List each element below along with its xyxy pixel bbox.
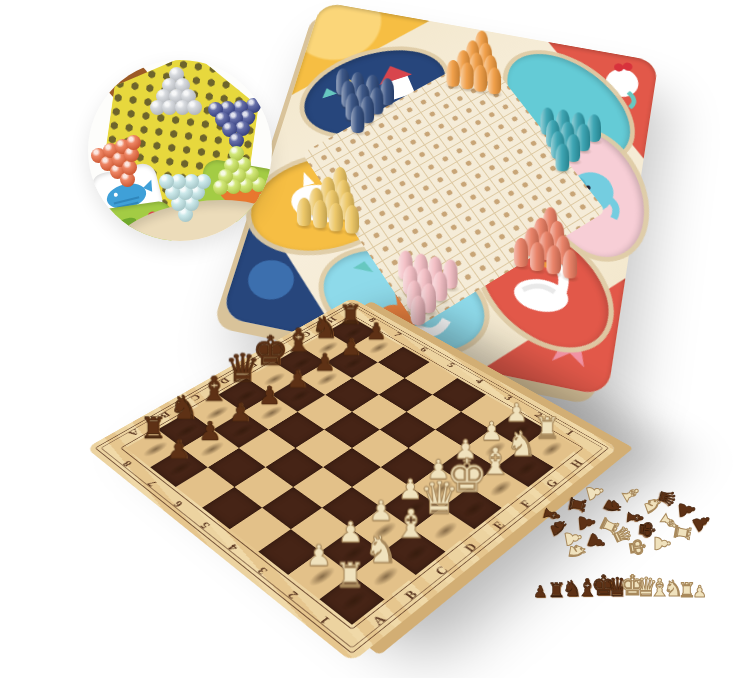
peg-shadow bbox=[569, 133, 588, 144]
peg-shadow bbox=[543, 141, 562, 152]
peg-shadow bbox=[538, 129, 557, 140]
piece-shadow bbox=[398, 498, 430, 521]
peg-yellow[interactable] bbox=[344, 180, 358, 208]
house-illustration bbox=[292, 35, 459, 151]
piece-shadow bbox=[481, 439, 510, 459]
piece-shadow bbox=[171, 421, 202, 440]
square-c2[interactable]: ♟ bbox=[352, 508, 413, 552]
peg-teal[interactable] bbox=[578, 112, 592, 139]
piece-white-pawn[interactable]: ♟ bbox=[438, 456, 462, 483]
piece-shadow bbox=[139, 439, 171, 459]
chess-pieces-pile: ♜♟♞♝♟♜♝♞♛♟♟♛♚♝♟♜♞♟♝♚♟♞♟♜♞♝♚♛♚♛♝♞♜♟ bbox=[505, 468, 745, 653]
peg-orange[interactable] bbox=[494, 67, 507, 94]
square-b6[interactable] bbox=[208, 448, 266, 487]
square-g8[interactable]: ♞ bbox=[301, 332, 352, 362]
piece-white-rook[interactable]: ♜ bbox=[547, 413, 574, 443]
peg-shadow bbox=[330, 189, 350, 200]
piece-shadow bbox=[164, 458, 196, 479]
peg-shadow bbox=[396, 273, 416, 285]
corner-star-triangle bbox=[481, 255, 626, 397]
coordinate-label-6: 6 bbox=[155, 489, 202, 520]
rank-labels-left: 87654321 bbox=[107, 449, 350, 640]
peg-pink[interactable] bbox=[440, 271, 455, 300]
peg-navy[interactable] bbox=[353, 93, 367, 120]
square-f5[interactable] bbox=[352, 395, 407, 430]
peg-shadow bbox=[559, 143, 578, 154]
peg-yellow[interactable] bbox=[332, 190, 346, 218]
peg-orange[interactable] bbox=[472, 40, 485, 67]
peg-coral[interactable] bbox=[522, 238, 537, 267]
peg-shadow bbox=[343, 114, 362, 125]
square-a1[interactable]: ♜ bbox=[319, 575, 384, 625]
peg-shadow bbox=[310, 222, 330, 234]
piece-shadow bbox=[227, 421, 258, 440]
square-d8[interactable]: ♛ bbox=[218, 378, 272, 412]
peg-shadow bbox=[544, 268, 564, 280]
peg-teal[interactable] bbox=[563, 110, 577, 137]
piece-black-queen[interactable]: ♛ bbox=[242, 348, 277, 387]
square-g5[interactable] bbox=[379, 378, 433, 412]
panel-navy-house bbox=[292, 35, 459, 151]
coordinate-label-5: 5 bbox=[181, 509, 228, 542]
piece-shadow bbox=[314, 340, 342, 356]
square-c1[interactable]: ♝ bbox=[383, 529, 445, 575]
coordinate-label-7: 7 bbox=[129, 469, 175, 499]
peg-yellow[interactable] bbox=[340, 167, 354, 195]
peg-shadow bbox=[339, 102, 358, 113]
peg-shadow bbox=[554, 131, 573, 142]
peg-shadow bbox=[404, 303, 425, 316]
coordinate-label-3: 3 bbox=[238, 553, 287, 589]
peg-shadow bbox=[348, 93, 367, 103]
peg-orange[interactable] bbox=[476, 53, 489, 80]
piece-shadow bbox=[337, 541, 371, 566]
piece-shadow bbox=[427, 477, 458, 499]
piece-shadow bbox=[454, 458, 484, 479]
square-e3[interactable] bbox=[381, 448, 439, 487]
peg-shadow bbox=[531, 239, 551, 251]
square-d7[interactable]: ♟ bbox=[243, 395, 298, 430]
piece-shadow bbox=[305, 564, 340, 590]
peg-coral[interactable] bbox=[570, 249, 585, 278]
panel-red-swan bbox=[456, 206, 633, 372]
square-b2[interactable]: ♟ bbox=[321, 529, 383, 575]
piece-black-bishop[interactable]: ♝ bbox=[298, 324, 327, 357]
square-c7[interactable]: ♟ bbox=[213, 412, 269, 448]
loose-piece-dark-bishop[interactable]: ♝ bbox=[539, 503, 564, 527]
piece-black-pawn[interactable]: ♟ bbox=[210, 418, 233, 444]
elephant-illustration bbox=[513, 138, 669, 250]
coordinate-label-D: D bbox=[204, 369, 245, 394]
square-f3[interactable] bbox=[409, 430, 466, 468]
peg-shadow bbox=[410, 276, 430, 288]
square-a5[interactable] bbox=[202, 487, 262, 529]
peg-pink[interactable] bbox=[418, 296, 433, 326]
square-g4[interactable] bbox=[407, 395, 462, 430]
piece-shadow bbox=[538, 439, 567, 459]
coordinate-label-E: E bbox=[233, 353, 273, 377]
peg-navy[interactable] bbox=[358, 72, 371, 99]
piece-black-knight[interactable]: ♞ bbox=[184, 391, 214, 424]
peg-red-orange[interactable] bbox=[126, 135, 141, 150]
peg-pink[interactable] bbox=[414, 280, 429, 310]
square-d6[interactable] bbox=[269, 412, 325, 448]
piece-shadow bbox=[288, 355, 316, 372]
peg-shadow bbox=[294, 220, 314, 232]
piece-white-pawn[interactable]: ♟ bbox=[516, 400, 539, 425]
file-labels-top: ABCDEFGH bbox=[112, 309, 350, 446]
peg-shadow bbox=[477, 64, 495, 74]
square-b1[interactable]: ♞ bbox=[352, 552, 416, 600]
peg-shadow bbox=[541, 229, 561, 241]
panel-blue-fox bbox=[308, 233, 498, 373]
square-e2[interactable]: ♟ bbox=[411, 467, 470, 508]
lineup-piece-light-pawn[interactable]: ♟ bbox=[693, 584, 707, 600]
peg-shadow bbox=[425, 279, 445, 291]
coordinate-label-F: F bbox=[260, 338, 299, 361]
piece-shadow bbox=[260, 370, 289, 388]
peg-shadow bbox=[560, 272, 580, 284]
peg-navy[interactable] bbox=[358, 105, 372, 132]
square-a4[interactable] bbox=[230, 508, 291, 552]
coordinate-label-8: 8 bbox=[354, 309, 391, 330]
piece-white-pawn[interactable]: ♟ bbox=[410, 476, 435, 503]
square-a6[interactable] bbox=[176, 467, 235, 508]
peg-shadow bbox=[419, 306, 440, 319]
peg-lime[interactable] bbox=[213, 180, 228, 195]
square-h6[interactable] bbox=[378, 347, 430, 378]
peg-navy[interactable] bbox=[372, 75, 386, 102]
square-e7[interactable]: ♟ bbox=[272, 378, 326, 412]
square-h8[interactable]: ♜ bbox=[327, 317, 377, 346]
coordinate-label-1: 1 bbox=[299, 601, 349, 640]
square-c4[interactable] bbox=[293, 467, 352, 508]
piece-black-bishop[interactable]: ♝ bbox=[214, 372, 245, 406]
piece-white-pawn[interactable]: ♟ bbox=[350, 518, 376, 547]
peg-yellow[interactable] bbox=[316, 187, 330, 215]
peg-shadow bbox=[326, 224, 346, 236]
coordinate-label-1: 1 bbox=[550, 419, 590, 446]
square-c8[interactable]: ♝ bbox=[188, 395, 243, 430]
piece-black-pawn[interactable]: ♟ bbox=[240, 400, 263, 425]
peg-yellow[interactable] bbox=[320, 200, 334, 229]
peg-teal[interactable] bbox=[558, 131, 572, 159]
inset-pegs-layer bbox=[88, 60, 272, 241]
piece-shadow bbox=[340, 325, 367, 341]
coordinate-label-H: H bbox=[313, 309, 350, 330]
coordinate-label-7: 7 bbox=[379, 323, 416, 345]
coordinate-label-C: C bbox=[175, 385, 217, 410]
cc-pegs-layer bbox=[221, 2, 659, 397]
peg-coral[interactable] bbox=[547, 231, 561, 260]
fox-illustration bbox=[308, 233, 498, 373]
coordinate-label-C: C bbox=[418, 553, 465, 589]
peg-navy[interactable] bbox=[348, 81, 362, 108]
panel-teal bbox=[485, 36, 652, 179]
loose-piece-light-king[interactable]: ♚ bbox=[624, 536, 648, 558]
piece-black-rook[interactable]: ♜ bbox=[350, 302, 374, 328]
piece-white-pawn[interactable]: ♟ bbox=[319, 541, 345, 570]
square-b4[interactable] bbox=[262, 487, 322, 529]
square-h3[interactable] bbox=[461, 395, 516, 430]
square-h1[interactable]: ♜ bbox=[522, 430, 579, 468]
chinese-checkers-board bbox=[221, 2, 659, 397]
peg-shadow bbox=[473, 51, 491, 61]
square-e4[interactable] bbox=[352, 430, 409, 468]
peg-pink[interactable] bbox=[429, 283, 444, 313]
coordinate-label-B: B bbox=[387, 577, 435, 614]
piece-shadow bbox=[313, 370, 341, 388]
square-e1[interactable]: ♚ bbox=[442, 487, 502, 529]
piece-shadow bbox=[365, 340, 392, 356]
peg-shadow bbox=[440, 282, 460, 294]
peg-shadow bbox=[408, 318, 429, 331]
swan-illustration bbox=[461, 227, 625, 348]
piece-white-queen[interactable]: ♛ bbox=[439, 475, 479, 520]
piece-white-rook[interactable]: ♜ bbox=[350, 558, 381, 592]
peg-orange[interactable] bbox=[467, 62, 480, 89]
square-e6[interactable] bbox=[297, 395, 352, 430]
peg-navy[interactable] bbox=[387, 78, 401, 105]
peg-shadow bbox=[342, 227, 362, 239]
peg-coral[interactable] bbox=[550, 207, 564, 236]
square-d3[interactable] bbox=[352, 467, 411, 508]
peg-shadow bbox=[463, 61, 481, 71]
piece-shadow bbox=[336, 588, 371, 615]
peg-shadow bbox=[368, 108, 387, 119]
rank-labels-right: 87654321 bbox=[354, 309, 592, 446]
piece-white-knight[interactable]: ♞ bbox=[381, 530, 415, 568]
closeup-inset-photo bbox=[88, 60, 272, 241]
peg-shadow bbox=[358, 117, 377, 128]
square-f7[interactable]: ♟ bbox=[299, 362, 352, 395]
square-c6[interactable] bbox=[239, 430, 296, 468]
square-g2[interactable]: ♟ bbox=[465, 430, 522, 468]
peg-orange[interactable] bbox=[453, 60, 466, 87]
peg-shadow bbox=[363, 96, 382, 106]
peg-hole-lattice bbox=[302, 53, 606, 327]
square-f6[interactable] bbox=[325, 378, 379, 412]
piece-shadow bbox=[506, 421, 535, 440]
peg-shadow bbox=[564, 155, 583, 166]
peg-navy[interactable] bbox=[343, 69, 356, 96]
peg-shadow bbox=[521, 250, 541, 262]
peg-teal[interactable] bbox=[573, 134, 587, 162]
piece-black-pawn[interactable]: ♟ bbox=[297, 366, 319, 391]
piece-black-pawn[interactable]: ♟ bbox=[269, 383, 291, 408]
peg-shadow bbox=[458, 83, 477, 93]
peg-pink[interactable] bbox=[421, 254, 436, 283]
square-c3[interactable] bbox=[322, 487, 382, 529]
square-f8[interactable]: ♝ bbox=[274, 347, 326, 378]
peg-cyan[interactable] bbox=[159, 174, 174, 189]
peg-orange[interactable] bbox=[490, 55, 503, 82]
corner-yellow-triangle bbox=[292, 2, 430, 116]
peg-shadow bbox=[547, 243, 567, 255]
square-g7[interactable]: ♟ bbox=[326, 347, 378, 378]
piece-shadow bbox=[400, 541, 433, 566]
peg-navy[interactable] bbox=[363, 84, 377, 111]
piece-shadow bbox=[285, 387, 314, 405]
peg-teal[interactable] bbox=[594, 114, 608, 142]
peg-yellow[interactable] bbox=[328, 177, 342, 205]
square-d4[interactable] bbox=[323, 448, 381, 487]
peg-coral[interactable] bbox=[554, 246, 569, 275]
square-g6[interactable] bbox=[352, 362, 405, 395]
peg-orange[interactable] bbox=[481, 65, 494, 92]
product-photo-stage: ABCDEFGH ABCDEFGH 87654321 87654321 ♜♞♝♛… bbox=[0, 0, 756, 678]
peg-shadow bbox=[415, 291, 436, 303]
peg-shadow bbox=[584, 136, 603, 147]
loose-piece-light-knight[interactable]: ♞ bbox=[564, 540, 588, 562]
square-a2[interactable]: ♟ bbox=[288, 552, 352, 600]
square-b5[interactable] bbox=[234, 467, 293, 508]
peg-teal[interactable] bbox=[563, 144, 577, 172]
piece-white-pawn[interactable]: ♟ bbox=[381, 496, 406, 524]
peg-coral[interactable] bbox=[531, 228, 545, 257]
peg-shadow bbox=[485, 88, 504, 98]
coordinate-label-A: A bbox=[355, 601, 404, 640]
square-g3[interactable] bbox=[435, 412, 491, 448]
peg-shadow bbox=[378, 99, 397, 110]
piece-black-pawn[interactable]: ♟ bbox=[376, 320, 397, 343]
coordinate-label-8: 8 bbox=[104, 449, 149, 478]
square-e8[interactable]: ♚ bbox=[247, 362, 300, 395]
lineup-piece-dark-pawn[interactable]: ♟ bbox=[533, 584, 547, 600]
peg-coral[interactable] bbox=[541, 218, 555, 247]
blue-circle-motif bbox=[243, 256, 299, 303]
square-f4[interactable] bbox=[380, 412, 436, 448]
coordinate-label-B: B bbox=[144, 402, 187, 428]
piece-shadow bbox=[196, 439, 228, 459]
peg-shadow bbox=[454, 71, 473, 81]
corner-navy-triangle bbox=[221, 206, 372, 342]
peg-shadow bbox=[348, 127, 367, 138]
square-d5[interactable] bbox=[295, 430, 352, 468]
square-e5[interactable] bbox=[324, 412, 380, 448]
piece-white-pawn[interactable]: ♟ bbox=[491, 418, 514, 444]
coordinate-label-6: 6 bbox=[405, 338, 443, 361]
peg-shadow bbox=[334, 89, 353, 99]
coordinate-label-G: G bbox=[287, 323, 325, 345]
peg-shadow bbox=[528, 264, 548, 276]
coordinate-label-4: 4 bbox=[460, 369, 498, 394]
peg-yellow[interactable] bbox=[304, 198, 318, 227]
peg-shadow bbox=[338, 214, 358, 226]
piece-white-bishop[interactable]: ♝ bbox=[411, 505, 446, 544]
piece-shadow bbox=[257, 404, 287, 423]
square-h2[interactable]: ♟ bbox=[491, 412, 547, 448]
peg-pink[interactable] bbox=[410, 265, 425, 294]
coordinate-label-2: 2 bbox=[268, 577, 317, 614]
coordinate-label-4: 4 bbox=[209, 531, 257, 565]
piece-white-pawn[interactable]: ♟ bbox=[465, 436, 489, 462]
peg-yellow[interactable] bbox=[348, 192, 362, 220]
peg-yellow[interactable] bbox=[336, 203, 350, 232]
square-a7[interactable]: ♟ bbox=[150, 448, 208, 487]
panel-pink-elephant bbox=[525, 121, 663, 269]
peg-shadow bbox=[537, 253, 557, 265]
peg-shadow bbox=[553, 257, 573, 269]
pink-star-motif bbox=[539, 311, 603, 375]
square-b7[interactable]: ♟ bbox=[182, 430, 239, 468]
square-h5[interactable] bbox=[405, 362, 458, 395]
piece-black-king[interactable]: ♚ bbox=[270, 331, 306, 372]
piece-white-knight[interactable]: ♞ bbox=[521, 427, 552, 461]
square-f2[interactable]: ♟ bbox=[438, 448, 496, 487]
peg-teal[interactable] bbox=[553, 120, 567, 148]
peg-shadow bbox=[353, 105, 372, 116]
peg-shadow bbox=[467, 73, 486, 83]
square-b8[interactable]: ♞ bbox=[158, 412, 214, 448]
peg-coral[interactable] bbox=[557, 221, 571, 250]
piece-black-knight[interactable]: ♞ bbox=[324, 312, 351, 342]
peg-coral[interactable] bbox=[538, 242, 553, 271]
piece-shadow bbox=[368, 519, 401, 543]
piece-black-pawn[interactable]: ♟ bbox=[324, 350, 346, 374]
peg-pink[interactable] bbox=[450, 259, 465, 288]
square-c5[interactable] bbox=[266, 448, 324, 487]
peg-navy[interactable] bbox=[377, 87, 391, 114]
peg-shadow bbox=[574, 145, 593, 156]
piece-shadow bbox=[232, 387, 262, 405]
peg-yellow[interactable] bbox=[352, 205, 366, 234]
peg-shadow bbox=[306, 209, 326, 221]
piece-black-pawn[interactable]: ♟ bbox=[351, 335, 372, 359]
peg-gray[interactable] bbox=[187, 100, 202, 115]
peg-orange[interactable] bbox=[482, 31, 495, 57]
rooster-illustration bbox=[529, 42, 659, 159]
piece-black-pawn[interactable]: ♟ bbox=[178, 436, 202, 462]
peg-coral[interactable] bbox=[563, 235, 578, 264]
square-d1[interactable]: ♛ bbox=[413, 508, 474, 552]
peg-shadow bbox=[400, 288, 421, 300]
peg-teal[interactable] bbox=[568, 122, 582, 150]
square-h4[interactable] bbox=[432, 378, 486, 412]
piece-shadow bbox=[340, 355, 368, 372]
square-d2[interactable]: ♟ bbox=[382, 487, 442, 529]
peg-teal[interactable] bbox=[584, 124, 598, 152]
peg-pink[interactable] bbox=[425, 268, 440, 297]
loose-piece-light-pawn[interactable]: ♟ bbox=[651, 534, 672, 553]
piece-shadow bbox=[202, 404, 232, 423]
peg-shadow bbox=[512, 260, 532, 272]
peg-shadow bbox=[471, 86, 490, 96]
piece-shadow bbox=[458, 498, 489, 521]
square-a8[interactable]: ♜ bbox=[126, 430, 183, 468]
piece-white-king[interactable]: ♚ bbox=[467, 453, 508, 499]
piece-shadow bbox=[430, 519, 462, 543]
peg-shadow bbox=[318, 199, 338, 210]
peg-orange[interactable] bbox=[463, 50, 476, 77]
square-h7[interactable]: ♟ bbox=[352, 332, 403, 362]
piece-black-rook[interactable]: ♜ bbox=[153, 413, 180, 443]
peg-shadow bbox=[334, 201, 354, 213]
peg-navy[interactable] bbox=[368, 96, 382, 123]
peg-pink[interactable] bbox=[435, 257, 450, 286]
square-b3[interactable] bbox=[291, 508, 352, 552]
coordinate-label-5: 5 bbox=[432, 353, 470, 377]
coordinate-label-3: 3 bbox=[489, 385, 528, 410]
peg-teal[interactable] bbox=[548, 108, 562, 135]
peg-orange[interactable] bbox=[486, 43, 499, 70]
peg-shadow bbox=[444, 81, 463, 91]
peg-pink[interactable] bbox=[406, 251, 421, 280]
piece-shadow bbox=[369, 564, 403, 590]
square-a3[interactable] bbox=[258, 529, 320, 575]
coordinate-label-A: A bbox=[112, 419, 156, 446]
peg-shadow bbox=[429, 294, 450, 306]
